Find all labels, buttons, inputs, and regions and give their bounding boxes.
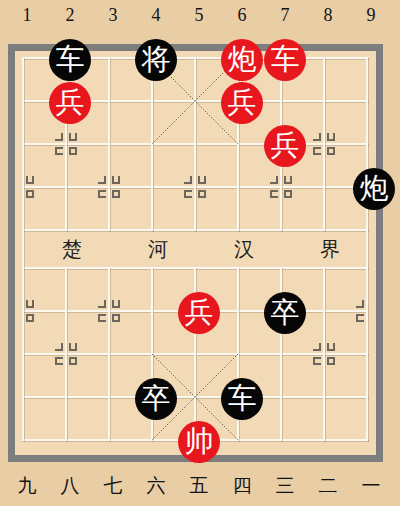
piece-red-general[interactable]: 帅 [178,421,220,463]
point-marker-bracket [69,343,77,351]
piece-red-chariot[interactable]: 车 [264,39,306,81]
point-marker-bracket [55,357,63,365]
point-marker-bracket [69,133,77,141]
grid-line [366,57,368,441]
point-marker-bracket [55,133,63,141]
file-label-top: 9 [360,3,382,27]
point-marker-bracket [284,190,292,198]
file-label-bottom: 六 [144,473,168,499]
point-marker-bracket [26,176,34,184]
point-marker-bracket [327,133,335,141]
point-marker-bracket [26,190,34,198]
piece-red-soldier[interactable]: 兵 [49,82,91,124]
piece-black-chariot[interactable]: 车 [49,39,91,81]
point-marker-bracket [98,314,106,322]
piece-red-soldier[interactable]: 兵 [221,82,263,124]
file-label-top: 4 [145,3,167,27]
river-label: 界 [318,237,342,261]
grid-line [323,57,325,231]
file-label-bottom: 九 [15,473,39,499]
point-marker-bracket [26,300,34,308]
xiangqi-diagram: 楚河汉界 123456789 九八七六五四三二一 车将炮车兵兵兵炮兵卒卒车帅 [0,0,400,506]
point-marker-bracket [112,190,120,198]
piece-red-soldier[interactable]: 兵 [178,292,220,334]
point-marker-bracket [69,147,77,155]
point-marker-bracket [112,300,120,308]
file-label-bottom: 三 [273,473,297,499]
grid-line [323,267,325,441]
file-label-top: 3 [102,3,124,27]
piece-black-general[interactable]: 将 [135,39,177,81]
river-label: 楚 [60,237,84,261]
point-marker-bracket [69,357,77,365]
point-marker-bracket [26,314,34,322]
file-label-bottom: 七 [101,473,125,499]
grid-line [22,57,24,441]
point-marker-bracket [98,176,106,184]
file-label-top: 8 [317,3,339,27]
point-marker-bracket [55,147,63,155]
point-marker-bracket [112,314,120,322]
file-label-top: 6 [231,3,253,27]
point-marker-bracket [184,190,192,198]
grid-line [65,267,67,441]
piece-red-cannon[interactable]: 炮 [221,39,263,81]
point-marker-bracket [198,176,206,184]
point-marker-bracket [284,176,292,184]
piece-black-cannon[interactable]: 炮 [353,168,395,210]
grid-line [108,267,110,441]
piece-red-soldier[interactable]: 兵 [264,125,306,167]
file-label-bottom: 八 [58,473,82,499]
point-marker-bracket [313,343,321,351]
point-marker-bracket [270,190,278,198]
file-label-bottom: 二 [316,473,340,499]
piece-black-chariot[interactable]: 车 [221,378,263,420]
point-marker-bracket [327,147,335,155]
file-label-top: 7 [274,3,296,27]
file-label-top: 1 [16,3,38,27]
piece-black-soldier[interactable]: 卒 [135,378,177,420]
file-label-bottom: 一 [359,473,383,499]
point-marker-bracket [270,176,278,184]
file-label-bottom: 四 [230,473,254,499]
point-marker-bracket [327,357,335,365]
point-marker-bracket [313,147,321,155]
grid-line [108,57,110,231]
grid-line [194,57,196,231]
point-marker-bracket [55,343,63,351]
piece-black-soldier[interactable]: 卒 [264,292,306,334]
point-marker-bracket [313,133,321,141]
point-marker-bracket [112,176,120,184]
file-label-top: 2 [59,3,81,27]
point-marker-bracket [327,343,335,351]
file-label-top: 5 [188,3,210,27]
grid-line [151,57,153,231]
point-marker-bracket [356,300,364,308]
point-marker-bracket [184,176,192,184]
file-label-bottom: 五 [187,473,211,499]
point-marker-bracket [98,190,106,198]
river-label: 河 [146,237,170,261]
point-marker-bracket [356,314,364,322]
point-marker-bracket [198,190,206,198]
point-marker-bracket [98,300,106,308]
point-marker-bracket [313,357,321,365]
river-label: 汉 [232,237,256,261]
